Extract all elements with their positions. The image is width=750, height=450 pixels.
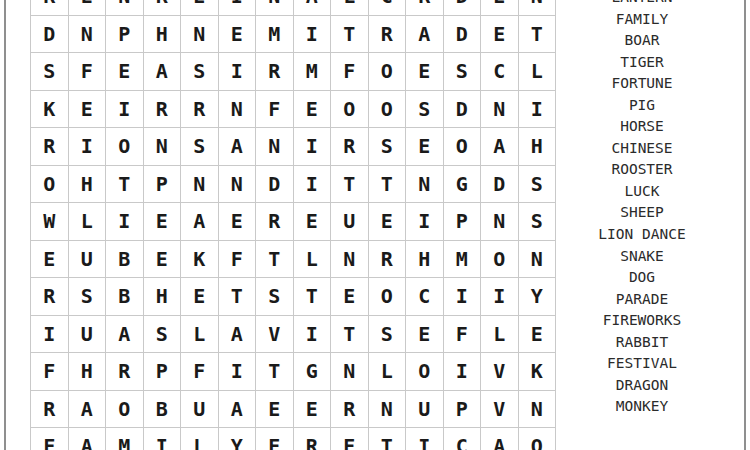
grid-cell-r9c2[interactable]: S xyxy=(69,278,106,315)
grid-cell-r11c8[interactable]: G xyxy=(294,353,331,390)
grid-cell-r5c1[interactable]: R xyxy=(31,128,68,165)
grid-cell-r7c12[interactable]: P xyxy=(444,203,481,240)
grid-cell-r9c13[interactable]: I xyxy=(481,278,518,315)
word-item: DRAGON xyxy=(549,375,735,397)
grid-cell-r7c4[interactable]: E xyxy=(144,203,181,240)
grid-cell-r8c9[interactable]: N xyxy=(331,241,368,278)
word-item: FESTIVAL xyxy=(549,353,735,375)
word-item: CHINESE xyxy=(549,138,735,160)
grid-cell-r13c6[interactable]: Y xyxy=(219,428,256,450)
grid-cell-r12c11[interactable]: U xyxy=(406,391,443,428)
grid-cell-r9c7[interactable]: S xyxy=(256,278,293,315)
grid-cell-r12c13[interactable]: V xyxy=(481,391,518,428)
grid-cell-r9c3[interactable]: B xyxy=(106,278,143,315)
grid-cell-r8c12[interactable]: M xyxy=(444,241,481,278)
grid-cell-r13c2[interactable]: A xyxy=(69,428,106,450)
grid-cell-r9c11[interactable]: C xyxy=(406,278,443,315)
grid-cell-r12c4[interactable]: B xyxy=(144,391,181,428)
grid-cell-r1c5[interactable]: E xyxy=(181,0,218,15)
grid-cell-r5c6[interactable]: A xyxy=(219,128,256,165)
grid-cell-r1c7[interactable]: N xyxy=(256,0,293,15)
grid-cell-r12c2[interactable]: A xyxy=(69,391,106,428)
grid-cell-r6c10[interactable]: T xyxy=(369,166,406,203)
grid-cell-r1c8[interactable]: A xyxy=(294,0,331,15)
grid-cell-r2c8[interactable]: I xyxy=(294,16,331,53)
grid-cell-r10c12[interactable]: F xyxy=(444,316,481,353)
grid-cell-r6c11[interactable]: N xyxy=(406,166,443,203)
grid-cell-r10c6[interactable]: A xyxy=(219,316,256,353)
grid-cell-r9c6[interactable]: T xyxy=(219,278,256,315)
grid-cell-r11c3[interactable]: R xyxy=(106,353,143,390)
grid-cell-r2c6[interactable]: E xyxy=(219,16,256,53)
grid-cell-r13c8[interactable]: R xyxy=(294,428,331,450)
grid-cell-r3c5[interactable]: S xyxy=(181,53,218,90)
grid-cell-r6c13[interactable]: D xyxy=(481,166,518,203)
word-item: MONKEY xyxy=(549,396,735,418)
grid-cell-r5c3[interactable]: O xyxy=(106,128,143,165)
grid-cell-r13c5[interactable]: L xyxy=(181,428,218,450)
grid-cell-r4c3[interactable]: I xyxy=(106,91,143,128)
word-item: FIREWORKS xyxy=(549,310,735,332)
grid-cell-r11c5[interactable]: F xyxy=(181,353,218,390)
grid-cell-r7c1[interactable]: W xyxy=(31,203,68,240)
grid-cell-r8c13[interactable]: O xyxy=(481,241,518,278)
grid-cell-r3c7[interactable]: R xyxy=(256,53,293,90)
grid-cell-r10c8[interactable]: I xyxy=(294,316,331,353)
grid-cell-r4c2[interactable]: E xyxy=(69,91,106,128)
grid-cell-r8c11[interactable]: H xyxy=(406,241,443,278)
grid-cell-r9c10[interactable]: O xyxy=(369,278,406,315)
grid-cell-r9c5[interactable]: E xyxy=(181,278,218,315)
grid-cell-r12c10[interactable]: N xyxy=(369,391,406,428)
grid-cell-r1c11[interactable]: R xyxy=(406,0,443,15)
grid-cell-r13c1[interactable]: F xyxy=(31,428,68,450)
grid-cell-r10c3[interactable]: A xyxy=(106,316,143,353)
grid-cell-r9c8[interactable]: T xyxy=(294,278,331,315)
grid-cell-r2c10[interactable]: R xyxy=(369,16,406,53)
grid-cell-r5c13[interactable]: A xyxy=(481,128,518,165)
grid-cell-r7c9[interactable]: U xyxy=(331,203,368,240)
grid-cell-r2c5[interactable]: N xyxy=(181,16,218,53)
grid-cell-r6c12[interactable]: G xyxy=(444,166,481,203)
word-item: FAMILY xyxy=(549,9,735,31)
grid-cell-r4c7[interactable]: F xyxy=(256,91,293,128)
grid-cell-r7c2[interactable]: L xyxy=(69,203,106,240)
grid-cell-r5c11[interactable]: E xyxy=(406,128,443,165)
grid-cell-r5c10[interactable]: S xyxy=(369,128,406,165)
grid-cell-r12c9[interactable]: R xyxy=(331,391,368,428)
word-item: FORTUNE xyxy=(549,73,735,95)
grid-cell-r1c6[interactable]: I xyxy=(219,0,256,15)
grid-cell-r10c5[interactable]: L xyxy=(181,316,218,353)
word-item: DOG xyxy=(549,267,735,289)
grid-cell-r8c7[interactable]: T xyxy=(256,241,293,278)
grid-cell-r7c3[interactable]: I xyxy=(106,203,143,240)
grid-cell-r8c10[interactable]: R xyxy=(369,241,406,278)
page-right-border xyxy=(744,0,746,450)
grid-cell-r7c11[interactable]: I xyxy=(406,203,443,240)
grid-cell-r10c11[interactable]: E xyxy=(406,316,443,353)
grid-cell-r4c9[interactable]: O xyxy=(331,91,368,128)
grid-cell-r10c10[interactable]: S xyxy=(369,316,406,353)
grid-cell-r3c12[interactable]: S xyxy=(444,53,481,90)
grid-cell-r4c12[interactable]: D xyxy=(444,91,481,128)
grid-cell-r13c4[interactable]: I xyxy=(144,428,181,450)
grid-cell-r12c5[interactable]: U xyxy=(181,391,218,428)
grid-cell-r13c3[interactable]: M xyxy=(106,428,143,450)
grid-cell-r1c3[interactable]: N xyxy=(106,0,143,15)
grid-cell-r12c8[interactable]: E xyxy=(294,391,331,428)
grid-cell-r13c10[interactable]: T xyxy=(369,428,406,450)
grid-cell-r3c11[interactable]: E xyxy=(406,53,443,90)
grid-cell-r6c3[interactable]: T xyxy=(106,166,143,203)
grid-cell-r3c4[interactable]: A xyxy=(144,53,181,90)
grid-cell-r4c4[interactable]: R xyxy=(144,91,181,128)
word-item: RABBIT xyxy=(549,332,735,354)
grid-cell-r5c5[interactable]: S xyxy=(181,128,218,165)
grid-cell-r8c4[interactable]: E xyxy=(144,241,181,278)
grid-cell-r10c13[interactable]: L xyxy=(481,316,518,353)
page-left-border xyxy=(4,0,6,450)
grid-cell-r10c7[interactable]: V xyxy=(256,316,293,353)
grid-cell-r2c4[interactable]: H xyxy=(144,16,181,53)
grid-cell-r11c2[interactable]: H xyxy=(69,353,106,390)
grid-cell-r1c13[interactable]: E xyxy=(481,0,518,15)
grid-cell-r5c2[interactable]: I xyxy=(69,128,106,165)
grid-cell-r7c5[interactable]: A xyxy=(181,203,218,240)
grid-cell-r9c1[interactable]: R xyxy=(31,278,68,315)
word-item: PARADE xyxy=(549,289,735,311)
grid-cell-r5c12[interactable]: O xyxy=(444,128,481,165)
grid-cell-r13c9[interactable]: E xyxy=(331,428,368,450)
grid-cell-r3c2[interactable]: F xyxy=(69,53,106,90)
grid-cell-r12c6[interactable]: A xyxy=(219,391,256,428)
grid-cell-r7c13[interactable]: N xyxy=(481,203,518,240)
grid-cell-r2c7[interactable]: M xyxy=(256,16,293,53)
grid-cell-r2c2[interactable]: N xyxy=(69,16,106,53)
grid-cell-r2c11[interactable]: A xyxy=(406,16,443,53)
grid-cell-r5c4[interactable]: N xyxy=(144,128,181,165)
grid-cell-r5c9[interactable]: R xyxy=(331,128,368,165)
grid-cell-r9c4[interactable]: H xyxy=(144,278,181,315)
word-item: SHEEP xyxy=(549,202,735,224)
grid-cell-r12c7[interactable]: E xyxy=(256,391,293,428)
word-item: LION DANCE xyxy=(549,224,735,246)
grid-cell-r8c6[interactable]: F xyxy=(219,241,256,278)
grid-cell-r8c1[interactable]: E xyxy=(31,241,68,278)
grid-cell-r10c2[interactable]: U xyxy=(69,316,106,353)
grid-cell-r3c6[interactable]: I xyxy=(219,53,256,90)
grid-cell-r8c8[interactable]: L xyxy=(294,241,331,278)
grid-cell-r5c8[interactable]: I xyxy=(294,128,331,165)
grid-cell-r6c4[interactable]: P xyxy=(144,166,181,203)
grid-cell-r6c9[interactable]: T xyxy=(331,166,368,203)
grid-cell-r6c7[interactable]: D xyxy=(256,166,293,203)
grid-cell-r6c6[interactable]: N xyxy=(219,166,256,203)
grid-cell-r12c3[interactable]: O xyxy=(106,391,143,428)
grid-cell-r1c12[interactable]: D xyxy=(444,0,481,15)
word-item: TIGER xyxy=(549,52,735,74)
grid-cell-r8c5[interactable]: K xyxy=(181,241,218,278)
grid-cell-r8c2[interactable]: U xyxy=(69,241,106,278)
grid-cell-r3c10[interactable]: O xyxy=(369,53,406,90)
grid-cell-r3c3[interactable]: E xyxy=(106,53,143,90)
grid-cell-r2c13[interactable]: E xyxy=(481,16,518,53)
grid-cell-r3c1[interactable]: S xyxy=(31,53,68,90)
word-item: LANTERN xyxy=(549,0,735,9)
grid-cell-r7c6[interactable]: E xyxy=(219,203,256,240)
word-item: BOAR xyxy=(549,30,735,52)
grid-cell-r11c1[interactable]: F xyxy=(31,353,68,390)
grid-cell-r7c10[interactable]: E xyxy=(369,203,406,240)
grid-cell-r3c9[interactable]: F xyxy=(331,53,368,90)
grid-cell-r1c1[interactable]: R xyxy=(31,0,68,15)
grid-cell-r4c11[interactable]: S xyxy=(406,91,443,128)
grid-cell-r8c3[interactable]: B xyxy=(106,241,143,278)
grid-cell-r6c2[interactable]: H xyxy=(69,166,106,203)
grid-cell-r5c7[interactable]: N xyxy=(256,128,293,165)
grid-cell-r13c7[interactable]: E xyxy=(256,428,293,450)
word-item: LUCK xyxy=(549,181,735,203)
grid-cell-r1c4[interactable]: R xyxy=(144,0,181,15)
grid-cell-r2c9[interactable]: T xyxy=(331,16,368,53)
grid-cell-r4c10[interactable]: O xyxy=(369,91,406,128)
grid-cell-r2c3[interactable]: P xyxy=(106,16,143,53)
word-item: SNAKE xyxy=(549,246,735,268)
grid-cell-r13c14[interactable]: O xyxy=(519,428,556,450)
word-list: LANTERNFAMILYBOARTIGERFORTUNEPIGHORSECHI… xyxy=(549,0,735,418)
grid-cell-r6c8[interactable]: I xyxy=(294,166,331,203)
grid-cell-r11c4[interactable]: P xyxy=(144,353,181,390)
grid-cell-r4c1[interactable]: K xyxy=(31,91,68,128)
grid-cell-r10c4[interactable]: S xyxy=(144,316,181,353)
grid-cell-r10c1[interactable]: I xyxy=(31,316,68,353)
grid-cell-r2c12[interactable]: D xyxy=(444,16,481,53)
grid-cell-r11c11[interactable]: O xyxy=(406,353,443,390)
grid-cell-r9c12[interactable]: I xyxy=(444,278,481,315)
grid-cell-r4c5[interactable]: R xyxy=(181,91,218,128)
grid-cell-r6c5[interactable]: N xyxy=(181,166,218,203)
grid-cell-r11c10[interactable]: L xyxy=(369,353,406,390)
grid-cell-r7c8[interactable]: E xyxy=(294,203,331,240)
grid-cell-r3c8[interactable]: M xyxy=(294,53,331,90)
grid-cell-r1c2[interactable]: E xyxy=(69,0,106,15)
grid-cell-r4c6[interactable]: N xyxy=(219,91,256,128)
grid-cell-r1c9[interactable]: L xyxy=(331,0,368,15)
grid-cell-r11c7[interactable]: T xyxy=(256,353,293,390)
grid-cell-r11c9[interactable]: N xyxy=(331,353,368,390)
grid-cell-r12c12[interactable]: P xyxy=(444,391,481,428)
grid-cell-r12c1[interactable]: R xyxy=(31,391,68,428)
word-item: HORSE xyxy=(549,116,735,138)
grid-cell-r11c13[interactable]: V xyxy=(481,353,518,390)
grid-cell-r1c10[interactable]: C xyxy=(369,0,406,15)
grid-cell-r4c8[interactable]: E xyxy=(294,91,331,128)
grid-cell-r13c12[interactable]: C xyxy=(444,428,481,450)
grid-cell-r3c13[interactable]: C xyxy=(481,53,518,90)
grid-cell-r9c9[interactable]: E xyxy=(331,278,368,315)
grid-cell-r11c12[interactable]: I xyxy=(444,353,481,390)
grid-cell-r6c1[interactable]: O xyxy=(31,166,68,203)
word-item: PIG xyxy=(549,95,735,117)
grid-cell-r10c9[interactable]: T xyxy=(331,316,368,353)
grid-cell-r7c7[interactable]: R xyxy=(256,203,293,240)
word-item: ROOSTER xyxy=(549,159,735,181)
word-search-grid: RENREINALCRDENDNPHNEMITRADETSFEASIRMFOES… xyxy=(30,0,556,450)
grid-cell-r11c6[interactable]: I xyxy=(219,353,256,390)
grid-cell-r2c1[interactable]: D xyxy=(31,16,68,53)
grid-cell-r13c11[interactable]: I xyxy=(406,428,443,450)
grid-cell-r13c13[interactable]: A xyxy=(481,428,518,450)
grid-cell-r4c13[interactable]: N xyxy=(481,91,518,128)
